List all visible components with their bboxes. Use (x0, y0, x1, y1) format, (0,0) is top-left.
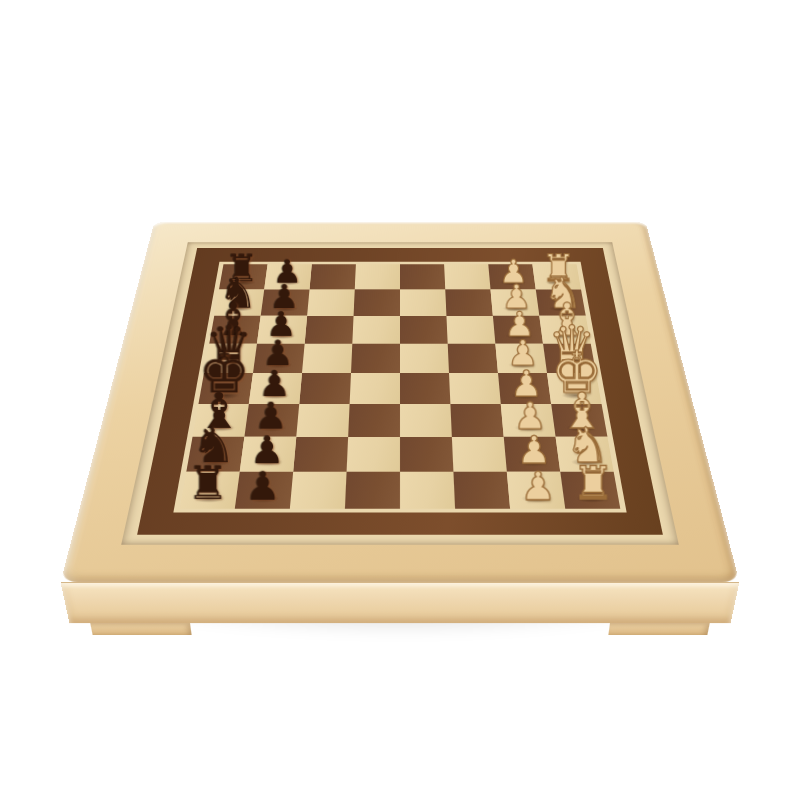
piece-black-rook[interactable]: ♜ (187, 460, 228, 506)
board-square[interactable] (400, 472, 455, 509)
piece-white-pawn[interactable]: ♟ (520, 467, 555, 506)
board-square[interactable]: ♟ (235, 472, 293, 509)
chess-board: ♜♟♟♜♞♟♟♞♝♟♟♝♛♟♟♛♚♟♟♚♝♟♟♝♞♟♟♞♜♟♟♜ (180, 264, 621, 508)
wooden-frame: ♜♟♟♜♞♟♟♞♝♟♟♝♛♟♟♛♚♟♟♚♝♟♟♝♞♟♟♞♜♟♟♜ (61, 222, 740, 582)
board-square[interactable] (348, 404, 400, 437)
piece-black-pawn[interactable]: ♟ (245, 467, 280, 506)
board-square[interactable] (452, 437, 507, 472)
board-square[interactable] (290, 472, 347, 509)
board-square[interactable] (309, 264, 355, 289)
board-square[interactable]: ♜ (560, 472, 620, 509)
chess-box: ♜♟♟♜♞♟♟♞♝♟♟♝♛♟♟♛♚♟♟♚♝♟♟♝♞♟♟♞♜♟♟♜ (61, 222, 740, 582)
board-square[interactable] (305, 316, 354, 344)
board-square[interactable] (307, 289, 355, 315)
board-square[interactable] (444, 264, 490, 289)
board-square[interactable] (302, 344, 352, 373)
board-square[interactable] (400, 404, 452, 437)
board-square[interactable] (445, 289, 493, 315)
board-square[interactable] (352, 316, 400, 344)
board-square[interactable] (400, 289, 446, 315)
board-square[interactable] (400, 316, 448, 344)
box-foot-right (608, 623, 709, 635)
board-square[interactable] (453, 472, 510, 509)
board-square[interactable] (347, 437, 400, 472)
piece-white-rook[interactable]: ♜ (572, 460, 613, 506)
board-square[interactable] (400, 373, 450, 404)
board-square[interactable] (400, 264, 445, 289)
board-square[interactable] (299, 373, 351, 404)
board-square[interactable] (355, 264, 400, 289)
board-square[interactable] (350, 373, 400, 404)
box-foot-left (90, 623, 191, 635)
board-square[interactable] (448, 344, 498, 373)
board-square[interactable]: ♜ (180, 472, 240, 509)
walnut-border-band: ♜♟♟♜♞♟♟♞♝♟♟♝♛♟♟♛♚♟♟♚♝♟♟♝♞♟♟♞♜♟♟♜ (137, 248, 663, 535)
board-square[interactable] (450, 404, 503, 437)
board-square[interactable] (446, 316, 495, 344)
board-maple-margin: ♜♟♟♜♞♟♟♞♝♟♟♝♛♟♟♛♚♟♟♚♝♟♟♝♞♟♟♞♜♟♟♜ (121, 242, 679, 544)
maple-pinstripe: ♜♟♟♜♞♟♟♞♝♟♟♝♛♟♟♛♚♟♟♚♝♟♟♝♞♟♟♞♜♟♟♜ (173, 262, 626, 513)
board-square[interactable] (354, 289, 400, 315)
board-square[interactable] (296, 404, 349, 437)
board-square[interactable] (449, 373, 501, 404)
photo-background: ♜♟♟♜♞♟♟♞♝♟♟♝♛♟♟♛♚♟♟♚♝♟♟♝♞♟♟♞♜♟♟♜ (0, 0, 800, 800)
board-square[interactable] (345, 472, 400, 509)
board-square[interactable] (293, 437, 348, 472)
board-square[interactable]: ♟ (507, 472, 565, 509)
box-front-face (61, 582, 740, 623)
board-square[interactable] (400, 344, 449, 373)
board-square[interactable] (351, 344, 400, 373)
board-square[interactable] (400, 437, 453, 472)
